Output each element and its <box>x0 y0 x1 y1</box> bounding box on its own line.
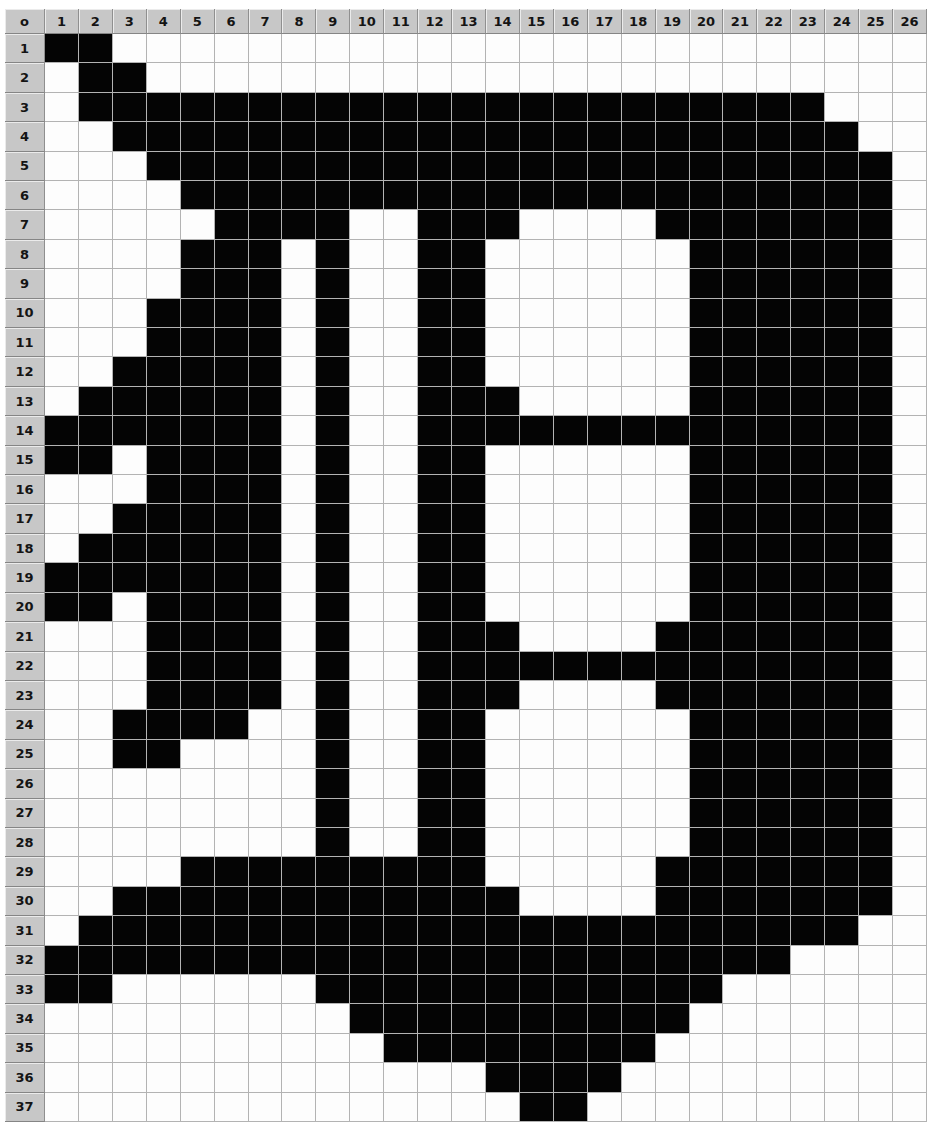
cell-r8-c6[interactable] <box>215 240 249 269</box>
cell-r14-c10[interactable] <box>350 416 384 445</box>
cell-r21-c11[interactable] <box>384 622 418 651</box>
cell-r29-c20[interactable] <box>690 857 724 886</box>
cell-r33-c14[interactable] <box>486 975 520 1004</box>
cell-r25-c14[interactable] <box>486 740 520 769</box>
cell-r30-c22[interactable] <box>757 887 791 916</box>
cell-r18-c6[interactable] <box>215 534 249 563</box>
cell-r2-c13[interactable] <box>452 63 486 92</box>
cell-r6-c17[interactable] <box>588 181 622 210</box>
cell-r36-c26[interactable] <box>893 1063 927 1092</box>
cell-r23-c26[interactable] <box>893 681 927 710</box>
cell-r14-c7[interactable] <box>249 416 283 445</box>
cell-r32-c22[interactable] <box>757 946 791 975</box>
cell-r16-c2[interactable] <box>79 475 113 504</box>
cell-r9-c15[interactable] <box>520 269 554 298</box>
cell-r3-c25[interactable] <box>859 93 893 122</box>
cell-r19-c14[interactable] <box>486 563 520 592</box>
cell-r35-c6[interactable] <box>215 1034 249 1063</box>
cell-r19-c8[interactable] <box>282 563 316 592</box>
cell-r4-c7[interactable] <box>249 122 283 151</box>
cell-r27-c23[interactable] <box>791 799 825 828</box>
cell-r28-c14[interactable] <box>486 828 520 857</box>
cell-r9-c8[interactable] <box>282 269 316 298</box>
cell-r10-c2[interactable] <box>79 299 113 328</box>
cell-r34-c11[interactable] <box>384 1004 418 1033</box>
cell-r32-c26[interactable] <box>893 946 927 975</box>
cell-r23-c16[interactable] <box>554 681 588 710</box>
cell-r12-c18[interactable] <box>622 357 656 386</box>
col-header-24[interactable]: 24 <box>825 9 859 34</box>
cell-r6-c20[interactable] <box>690 181 724 210</box>
cell-r19-c12[interactable] <box>418 563 452 592</box>
cell-r29-c25[interactable] <box>859 857 893 886</box>
cell-r3-c16[interactable] <box>554 93 588 122</box>
cell-r5-c22[interactable] <box>757 152 791 181</box>
row-header-14[interactable]: 14 <box>5 416 45 445</box>
cell-r7-c17[interactable] <box>588 210 622 239</box>
cell-r35-c13[interactable] <box>452 1034 486 1063</box>
cell-r19-c7[interactable] <box>249 563 283 592</box>
cell-r30-c15[interactable] <box>520 887 554 916</box>
cell-r20-c1[interactable] <box>45 593 79 622</box>
cell-r9-c7[interactable] <box>249 269 283 298</box>
cell-r16-c6[interactable] <box>215 475 249 504</box>
cell-r36-c13[interactable] <box>452 1063 486 1092</box>
cell-r33-c26[interactable] <box>893 975 927 1004</box>
cell-r8-c26[interactable] <box>893 240 927 269</box>
cell-r15-c8[interactable] <box>282 446 316 475</box>
row-header-21[interactable]: 21 <box>5 622 45 651</box>
cell-r1-c14[interactable] <box>486 34 520 63</box>
cell-r34-c26[interactable] <box>893 1004 927 1033</box>
cell-r32-c7[interactable] <box>249 946 283 975</box>
cell-r34-c21[interactable] <box>723 1004 757 1033</box>
col-header-14[interactable]: 14 <box>486 9 520 34</box>
cell-r8-c1[interactable] <box>45 240 79 269</box>
cell-r20-c26[interactable] <box>893 593 927 622</box>
cell-r6-c26[interactable] <box>893 181 927 210</box>
cell-r22-c15[interactable] <box>520 652 554 681</box>
cell-r3-c3[interactable] <box>113 93 147 122</box>
cell-r28-c18[interactable] <box>622 828 656 857</box>
cell-r34-c12[interactable] <box>418 1004 452 1033</box>
cell-r35-c5[interactable] <box>181 1034 215 1063</box>
cell-r33-c15[interactable] <box>520 975 554 1004</box>
cell-r20-c17[interactable] <box>588 593 622 622</box>
cell-r29-c11[interactable] <box>384 857 418 886</box>
cell-r9-c26[interactable] <box>893 269 927 298</box>
cell-r3-c9[interactable] <box>316 93 350 122</box>
cell-r18-c9[interactable] <box>316 534 350 563</box>
cell-r27-c4[interactable] <box>147 799 181 828</box>
cell-r34-c17[interactable] <box>588 1004 622 1033</box>
cell-r33-c4[interactable] <box>147 975 181 1004</box>
row-header-20[interactable]: 20 <box>5 593 45 622</box>
cell-r5-c3[interactable] <box>113 152 147 181</box>
cell-r2-c3[interactable] <box>113 63 147 92</box>
col-header-25[interactable]: 25 <box>859 9 893 34</box>
cell-r31-c7[interactable] <box>249 916 283 945</box>
cell-r6-c22[interactable] <box>757 181 791 210</box>
cell-r3-c18[interactable] <box>622 93 656 122</box>
cell-r4-c22[interactable] <box>757 122 791 151</box>
cell-r21-c26[interactable] <box>893 622 927 651</box>
cell-r33-c10[interactable] <box>350 975 384 1004</box>
cell-r4-c16[interactable] <box>554 122 588 151</box>
cell-r24-c1[interactable] <box>45 710 79 739</box>
cell-r36-c24[interactable] <box>825 1063 859 1092</box>
cell-r12-c12[interactable] <box>418 357 452 386</box>
row-header-6[interactable]: 6 <box>5 181 45 210</box>
cell-r36-c11[interactable] <box>384 1063 418 1092</box>
col-header-26[interactable]: 26 <box>893 9 927 34</box>
cell-r21-c1[interactable] <box>45 622 79 651</box>
cell-r5-c13[interactable] <box>452 152 486 181</box>
cell-r7-c19[interactable] <box>656 210 690 239</box>
cell-r8-c7[interactable] <box>249 240 283 269</box>
cell-r6-c9[interactable] <box>316 181 350 210</box>
cell-r23-c12[interactable] <box>418 681 452 710</box>
cell-r20-c12[interactable] <box>418 593 452 622</box>
cell-r21-c14[interactable] <box>486 622 520 651</box>
cell-r16-c21[interactable] <box>723 475 757 504</box>
cell-r11-c9[interactable] <box>316 328 350 357</box>
row-header-28[interactable]: 28 <box>5 828 45 857</box>
cell-r31-c24[interactable] <box>825 916 859 945</box>
cell-r31-c10[interactable] <box>350 916 384 945</box>
cell-r32-c4[interactable] <box>147 946 181 975</box>
cell-r11-c7[interactable] <box>249 328 283 357</box>
cell-r33-c7[interactable] <box>249 975 283 1004</box>
cell-r21-c20[interactable] <box>690 622 724 651</box>
cell-r26-c4[interactable] <box>147 769 181 798</box>
cell-r3-c13[interactable] <box>452 93 486 122</box>
cell-r20-c18[interactable] <box>622 593 656 622</box>
cell-r8-c24[interactable] <box>825 240 859 269</box>
cell-r24-c6[interactable] <box>215 710 249 739</box>
cell-r23-c4[interactable] <box>147 681 181 710</box>
cell-r27-c6[interactable] <box>215 799 249 828</box>
cell-r6-c3[interactable] <box>113 181 147 210</box>
cell-r5-c11[interactable] <box>384 152 418 181</box>
cell-r3-c21[interactable] <box>723 93 757 122</box>
cell-r7-c9[interactable] <box>316 210 350 239</box>
cell-r20-c11[interactable] <box>384 593 418 622</box>
cell-r21-c10[interactable] <box>350 622 384 651</box>
cell-r15-c13[interactable] <box>452 446 486 475</box>
cell-r30-c16[interactable] <box>554 887 588 916</box>
col-header-11[interactable]: 11 <box>384 9 418 34</box>
cell-r30-c13[interactable] <box>452 887 486 916</box>
cell-r11-c10[interactable] <box>350 328 384 357</box>
cell-r17-c8[interactable] <box>282 504 316 533</box>
cell-r18-c7[interactable] <box>249 534 283 563</box>
cell-r35-c19[interactable] <box>656 1034 690 1063</box>
cell-r31-c13[interactable] <box>452 916 486 945</box>
cell-r2-c2[interactable] <box>79 63 113 92</box>
cell-r25-c11[interactable] <box>384 740 418 769</box>
cell-r15-c11[interactable] <box>384 446 418 475</box>
row-header-27[interactable]: 27 <box>5 799 45 828</box>
cell-r37-c23[interactable] <box>791 1093 825 1122</box>
cell-r3-c26[interactable] <box>893 93 927 122</box>
cell-r22-c7[interactable] <box>249 652 283 681</box>
cell-r15-c6[interactable] <box>215 446 249 475</box>
cell-r22-c16[interactable] <box>554 652 588 681</box>
cell-r2-c24[interactable] <box>825 63 859 92</box>
cell-r13-c20[interactable] <box>690 387 724 416</box>
cell-r30-c21[interactable] <box>723 887 757 916</box>
cell-r4-c24[interactable] <box>825 122 859 151</box>
cell-r14-c13[interactable] <box>452 416 486 445</box>
cell-r35-c21[interactable] <box>723 1034 757 1063</box>
cell-r13-c12[interactable] <box>418 387 452 416</box>
cell-r8-c10[interactable] <box>350 240 384 269</box>
cell-r27-c20[interactable] <box>690 799 724 828</box>
cell-r20-c24[interactable] <box>825 593 859 622</box>
cell-r25-c18[interactable] <box>622 740 656 769</box>
row-header-18[interactable]: 18 <box>5 534 45 563</box>
cell-r11-c19[interactable] <box>656 328 690 357</box>
row-header-4[interactable]: 4 <box>5 122 45 151</box>
cell-r22-c14[interactable] <box>486 652 520 681</box>
cell-r24-c19[interactable] <box>656 710 690 739</box>
cell-r26-c15[interactable] <box>520 769 554 798</box>
cell-r14-c17[interactable] <box>588 416 622 445</box>
cell-r5-c25[interactable] <box>859 152 893 181</box>
cell-r11-c16[interactable] <box>554 328 588 357</box>
cell-r35-c22[interactable] <box>757 1034 791 1063</box>
cell-r19-c6[interactable] <box>215 563 249 592</box>
cell-r26-c25[interactable] <box>859 769 893 798</box>
cell-r22-c18[interactable] <box>622 652 656 681</box>
cell-r37-c24[interactable] <box>825 1093 859 1122</box>
cell-r30-c26[interactable] <box>893 887 927 916</box>
cell-r28-c19[interactable] <box>656 828 690 857</box>
cell-r12-c8[interactable] <box>282 357 316 386</box>
cell-r27-c8[interactable] <box>282 799 316 828</box>
cell-r7-c1[interactable] <box>45 210 79 239</box>
cell-r15-c23[interactable] <box>791 446 825 475</box>
cell-r30-c2[interactable] <box>79 887 113 916</box>
row-header-3[interactable]: 3 <box>5 93 45 122</box>
cell-r23-c21[interactable] <box>723 681 757 710</box>
cell-r28-c7[interactable] <box>249 828 283 857</box>
cell-r2-c16[interactable] <box>554 63 588 92</box>
cell-r4-c19[interactable] <box>656 122 690 151</box>
cell-r31-c16[interactable] <box>554 916 588 945</box>
cell-r25-c5[interactable] <box>181 740 215 769</box>
cell-r18-c20[interactable] <box>690 534 724 563</box>
cell-r18-c11[interactable] <box>384 534 418 563</box>
cell-r34-c5[interactable] <box>181 1004 215 1033</box>
cell-r35-c16[interactable] <box>554 1034 588 1063</box>
cell-r25-c19[interactable] <box>656 740 690 769</box>
cell-r16-c18[interactable] <box>622 475 656 504</box>
cell-r10-c10[interactable] <box>350 299 384 328</box>
cell-r34-c2[interactable] <box>79 1004 113 1033</box>
cell-r29-c8[interactable] <box>282 857 316 886</box>
cell-r16-c1[interactable] <box>45 475 79 504</box>
cell-r3-c24[interactable] <box>825 93 859 122</box>
row-header-12[interactable]: 12 <box>5 357 45 386</box>
cell-r30-c5[interactable] <box>181 887 215 916</box>
cell-r1-c1[interactable] <box>45 34 79 63</box>
cell-r5-c4[interactable] <box>147 152 181 181</box>
cell-r17-c23[interactable] <box>791 504 825 533</box>
cell-r34-c10[interactable] <box>350 1004 384 1033</box>
cell-r37-c8[interactable] <box>282 1093 316 1122</box>
cell-r14-c9[interactable] <box>316 416 350 445</box>
cell-r29-c12[interactable] <box>418 857 452 886</box>
cell-r11-c21[interactable] <box>723 328 757 357</box>
cell-r22-c9[interactable] <box>316 652 350 681</box>
cell-r37-c15[interactable] <box>520 1093 554 1122</box>
cell-r4-c1[interactable] <box>45 122 79 151</box>
cell-r5-c18[interactable] <box>622 152 656 181</box>
cell-r15-c1[interactable] <box>45 446 79 475</box>
cell-r23-c3[interactable] <box>113 681 147 710</box>
cell-r5-c1[interactable] <box>45 152 79 181</box>
row-header-17[interactable]: 17 <box>5 504 45 533</box>
cell-r21-c18[interactable] <box>622 622 656 651</box>
cell-r2-c14[interactable] <box>486 63 520 92</box>
cell-r26-c13[interactable] <box>452 769 486 798</box>
cell-r22-c21[interactable] <box>723 652 757 681</box>
cell-r33-c21[interactable] <box>723 975 757 1004</box>
cell-r15-c7[interactable] <box>249 446 283 475</box>
cell-r1-c23[interactable] <box>791 34 825 63</box>
cell-r3-c20[interactable] <box>690 93 724 122</box>
cell-r16-c14[interactable] <box>486 475 520 504</box>
cell-r22-c12[interactable] <box>418 652 452 681</box>
cell-r6-c1[interactable] <box>45 181 79 210</box>
cell-r9-c17[interactable] <box>588 269 622 298</box>
cell-r2-c12[interactable] <box>418 63 452 92</box>
cell-r6-c15[interactable] <box>520 181 554 210</box>
cell-r23-c14[interactable] <box>486 681 520 710</box>
cell-r26-c21[interactable] <box>723 769 757 798</box>
cell-r31-c1[interactable] <box>45 916 79 945</box>
cell-r29-c26[interactable] <box>893 857 927 886</box>
cell-r24-c3[interactable] <box>113 710 147 739</box>
cell-r36-c14[interactable] <box>486 1063 520 1092</box>
cell-r6-c7[interactable] <box>249 181 283 210</box>
cell-r17-c1[interactable] <box>45 504 79 533</box>
cell-r9-c2[interactable] <box>79 269 113 298</box>
cell-r27-c18[interactable] <box>622 799 656 828</box>
cell-r11-c8[interactable] <box>282 328 316 357</box>
cell-r19-c5[interactable] <box>181 563 215 592</box>
cell-r20-c3[interactable] <box>113 593 147 622</box>
cell-r15-c24[interactable] <box>825 446 859 475</box>
cell-r22-c13[interactable] <box>452 652 486 681</box>
cell-r33-c11[interactable] <box>384 975 418 1004</box>
cell-r13-c18[interactable] <box>622 387 656 416</box>
cell-r25-c24[interactable] <box>825 740 859 769</box>
cell-r27-c16[interactable] <box>554 799 588 828</box>
row-header-29[interactable]: 29 <box>5 857 45 886</box>
cell-r28-c22[interactable] <box>757 828 791 857</box>
cell-r6-c14[interactable] <box>486 181 520 210</box>
row-header-15[interactable]: 15 <box>5 446 45 475</box>
row-header-36[interactable]: 36 <box>5 1063 45 1092</box>
cell-r27-c3[interactable] <box>113 799 147 828</box>
cell-r29-c23[interactable] <box>791 857 825 886</box>
cell-r10-c12[interactable] <box>418 299 452 328</box>
cell-r25-c12[interactable] <box>418 740 452 769</box>
cell-r28-c4[interactable] <box>147 828 181 857</box>
cell-r37-c7[interactable] <box>249 1093 283 1122</box>
cell-r18-c14[interactable] <box>486 534 520 563</box>
cell-r24-c2[interactable] <box>79 710 113 739</box>
cell-r21-c19[interactable] <box>656 622 690 651</box>
cell-r30-c10[interactable] <box>350 887 384 916</box>
cell-r13-c5[interactable] <box>181 387 215 416</box>
cell-r21-c25[interactable] <box>859 622 893 651</box>
col-header-5[interactable]: 5 <box>181 9 215 34</box>
cell-r8-c20[interactable] <box>690 240 724 269</box>
cell-r14-c6[interactable] <box>215 416 249 445</box>
cell-r8-c17[interactable] <box>588 240 622 269</box>
cell-r36-c3[interactable] <box>113 1063 147 1092</box>
cell-r37-c17[interactable] <box>588 1093 622 1122</box>
cell-r8-c13[interactable] <box>452 240 486 269</box>
cell-r5-c5[interactable] <box>181 152 215 181</box>
cell-r8-c11[interactable] <box>384 240 418 269</box>
cell-r21-c24[interactable] <box>825 622 859 651</box>
cell-r14-c5[interactable] <box>181 416 215 445</box>
cell-r13-c1[interactable] <box>45 387 79 416</box>
cell-r17-c18[interactable] <box>622 504 656 533</box>
cell-r22-c17[interactable] <box>588 652 622 681</box>
cell-r32-c16[interactable] <box>554 946 588 975</box>
cell-r29-c3[interactable] <box>113 857 147 886</box>
cell-r32-c17[interactable] <box>588 946 622 975</box>
cell-r16-c16[interactable] <box>554 475 588 504</box>
cell-r22-c5[interactable] <box>181 652 215 681</box>
cell-r9-c24[interactable] <box>825 269 859 298</box>
cell-r30-c4[interactable] <box>147 887 181 916</box>
cell-r5-c17[interactable] <box>588 152 622 181</box>
cell-r14-c14[interactable] <box>486 416 520 445</box>
cell-r7-c11[interactable] <box>384 210 418 239</box>
cell-r27-c9[interactable] <box>316 799 350 828</box>
cell-r26-c2[interactable] <box>79 769 113 798</box>
cell-r14-c19[interactable] <box>656 416 690 445</box>
cell-r31-c2[interactable] <box>79 916 113 945</box>
cell-r20-c15[interactable] <box>520 593 554 622</box>
cell-r12-c17[interactable] <box>588 357 622 386</box>
row-header-35[interactable]: 35 <box>5 1034 45 1063</box>
cell-r19-c3[interactable] <box>113 563 147 592</box>
cell-r15-c9[interactable] <box>316 446 350 475</box>
cell-r33-c17[interactable] <box>588 975 622 1004</box>
cell-r9-c6[interactable] <box>215 269 249 298</box>
cell-r28-c5[interactable] <box>181 828 215 857</box>
cell-r2-c22[interactable] <box>757 63 791 92</box>
cell-r17-c19[interactable] <box>656 504 690 533</box>
cell-r13-c9[interactable] <box>316 387 350 416</box>
cell-r13-c26[interactable] <box>893 387 927 416</box>
cell-r31-c12[interactable] <box>418 916 452 945</box>
cell-r6-c6[interactable] <box>215 181 249 210</box>
cell-r2-c1[interactable] <box>45 63 79 92</box>
cell-r14-c23[interactable] <box>791 416 825 445</box>
cell-r37-c9[interactable] <box>316 1093 350 1122</box>
cell-r19-c17[interactable] <box>588 563 622 592</box>
cell-r24-c14[interactable] <box>486 710 520 739</box>
